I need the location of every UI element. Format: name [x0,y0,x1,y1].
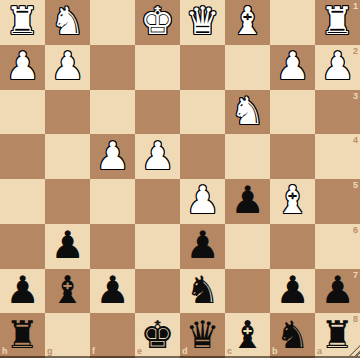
square-d1[interactable]: ♛ [180,0,225,45]
square-b3[interactable] [270,90,315,135]
file-coordinate-g: g [47,347,53,356]
black-king[interactable]: ♚ [140,313,174,356]
square-g3[interactable] [45,90,90,135]
file-coordinate-a: a [317,347,322,356]
square-d6[interactable]: ♟ [180,224,225,269]
square-g6[interactable]: ♟ [45,224,90,269]
rank-coordinate-5: 5 [353,181,358,190]
file-coordinate-b: b [272,347,278,356]
rank-coordinate-7: 7 [353,271,358,280]
square-e5[interactable] [135,179,180,224]
square-c4[interactable] [225,134,270,179]
square-g7[interactable]: ♝ [45,269,90,314]
rank-coordinate-3: 3 [353,92,358,101]
square-a5[interactable]: 5 [315,179,360,224]
square-b5[interactable]: ♝ [270,179,315,224]
square-h7[interactable]: ♟ [0,269,45,314]
square-f8[interactable]: f [90,313,135,358]
white-pawn[interactable]: ♟ [140,134,174,177]
square-c1[interactable]: ♝ [225,0,270,45]
white-queen[interactable]: ♛ [185,0,219,43]
black-queen[interactable]: ♛ [185,313,219,356]
square-h2[interactable]: ♟ [0,45,45,90]
white-pawn[interactable]: ♟ [320,45,354,88]
black-pawn[interactable]: ♟ [95,269,129,312]
white-pawn[interactable]: ♟ [275,45,309,88]
file-coordinate-c: c [227,347,232,356]
black-pawn[interactable]: ♟ [5,269,39,312]
square-c6[interactable] [225,224,270,269]
white-pawn[interactable]: ♟ [50,45,84,88]
square-d2[interactable] [180,45,225,90]
black-knight[interactable]: ♞ [275,313,309,356]
black-rook[interactable]: ♜ [5,313,39,356]
chess-board: ♜♞♚♛♝♜1♟♟♟♟2♞3♟♟4♟♟♝5♟♟6♟♝♟♞♟♟7♜hgf♚e♛d♝… [0,0,360,358]
white-rook[interactable]: ♜ [320,0,354,43]
square-f7[interactable]: ♟ [90,269,135,314]
square-c3[interactable]: ♞ [225,90,270,135]
square-a1[interactable]: ♜1 [315,0,360,45]
square-b6[interactable] [270,224,315,269]
square-e7[interactable] [135,269,180,314]
square-e2[interactable] [135,45,180,90]
square-a7[interactable]: ♟7 [315,269,360,314]
square-g5[interactable] [45,179,90,224]
square-f5[interactable] [90,179,135,224]
square-d7[interactable]: ♞ [180,269,225,314]
square-a8[interactable]: ♜8a [315,313,360,358]
square-g2[interactable]: ♟ [45,45,90,90]
square-e6[interactable] [135,224,180,269]
file-coordinate-d: d [182,347,188,356]
square-e4[interactable]: ♟ [135,134,180,179]
square-b7[interactable]: ♟ [270,269,315,314]
square-f3[interactable] [90,90,135,135]
square-f4[interactable]: ♟ [90,134,135,179]
square-b1[interactable] [270,0,315,45]
white-bishop[interactable]: ♝ [275,179,309,222]
square-h6[interactable] [0,224,45,269]
square-b8[interactable]: ♞b [270,313,315,358]
square-c5[interactable]: ♟ [225,179,270,224]
square-g1[interactable]: ♞ [45,0,90,45]
square-d4[interactable] [180,134,225,179]
file-coordinate-f: f [92,347,95,356]
square-h3[interactable] [0,90,45,135]
white-bishop[interactable]: ♝ [230,0,264,43]
square-h1[interactable]: ♜ [0,0,45,45]
black-pawn[interactable]: ♟ [275,269,309,312]
square-b4[interactable] [270,134,315,179]
square-g4[interactable] [45,134,90,179]
square-a2[interactable]: ♟2 [315,45,360,90]
white-king[interactable]: ♚ [140,0,174,43]
rank-coordinate-4: 4 [353,136,358,145]
black-bishop[interactable]: ♝ [230,313,264,356]
square-c2[interactable] [225,45,270,90]
square-f6[interactable] [90,224,135,269]
square-d3[interactable] [180,90,225,135]
chess-app-screen: ♜♞♚♛♝♜1♟♟♟♟2♞3♟♟4♟♟♝5♟♟6♟♝♟♞♟♟7♜hgf♚e♛d♝… [0,0,360,358]
square-f1[interactable] [90,0,135,45]
square-h8[interactable]: ♜h [0,313,45,358]
file-coordinate-h: h [2,347,8,356]
black-knight[interactable]: ♞ [185,269,219,312]
white-knight[interactable]: ♞ [50,0,84,43]
square-c7[interactable] [225,269,270,314]
black-pawn[interactable]: ♟ [50,224,84,267]
black-pawn[interactable]: ♟ [230,179,264,222]
black-rook[interactable]: ♜ [320,313,354,356]
rank-coordinate-1: 1 [353,2,358,11]
square-d5[interactable]: ♟ [180,179,225,224]
white-knight[interactable]: ♞ [230,90,264,133]
white-pawn[interactable]: ♟ [5,45,39,88]
square-d8[interactable]: ♛d [180,313,225,358]
square-a3[interactable]: 3 [315,90,360,135]
square-e8[interactable]: ♚e [135,313,180,358]
rank-coordinate-8: 8 [353,315,358,324]
file-coordinate-e: e [137,347,142,356]
square-a6[interactable]: 6 [315,224,360,269]
square-e3[interactable] [135,90,180,135]
square-b2[interactable]: ♟ [270,45,315,90]
white-pawn[interactable]: ♟ [185,179,219,222]
square-g8[interactable]: g [45,313,90,358]
black-pawn[interactable]: ♟ [320,269,354,312]
white-rook[interactable]: ♜ [5,0,39,43]
square-h4[interactable] [0,134,45,179]
white-pawn[interactable]: ♟ [95,134,129,177]
square-a4[interactable]: 4 [315,134,360,179]
square-e1[interactable]: ♚ [135,0,180,45]
black-pawn[interactable]: ♟ [185,224,219,267]
square-f2[interactable] [90,45,135,90]
black-bishop[interactable]: ♝ [50,269,84,312]
rank-coordinate-6: 6 [353,226,358,235]
square-h5[interactable] [0,179,45,224]
square-c8[interactable]: ♝c [225,313,270,358]
rank-coordinate-2: 2 [353,47,358,56]
